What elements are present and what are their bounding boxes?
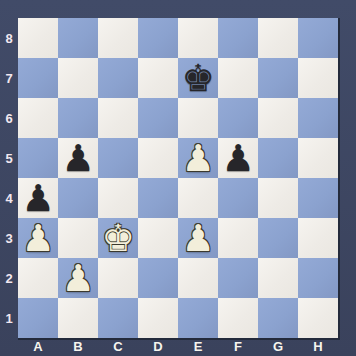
square-h2[interactable] (298, 258, 338, 298)
square-c8[interactable] (98, 18, 138, 58)
file-label-c: C (98, 338, 138, 355)
square-c5[interactable] (98, 138, 138, 178)
square-d5[interactable] (138, 138, 178, 178)
square-g6[interactable] (258, 98, 298, 138)
square-c3[interactable]: ♚ (98, 218, 138, 258)
square-f2[interactable] (218, 258, 258, 298)
square-a2[interactable] (18, 258, 58, 298)
rank-label-2: 2 (0, 258, 18, 298)
white-pawn[interactable]: ♟ (181, 138, 214, 179)
black-pawn[interactable]: ♟ (21, 178, 54, 219)
white-pawn[interactable]: ♟ (181, 218, 214, 259)
square-h3[interactable] (298, 218, 338, 258)
white-pawn[interactable]: ♟ (61, 258, 94, 299)
square-b2[interactable]: ♟ (58, 258, 98, 298)
file-label-h: H (298, 338, 338, 355)
square-c4[interactable] (98, 178, 138, 218)
file-label-g: G (258, 338, 298, 355)
square-f6[interactable] (218, 98, 258, 138)
square-f1[interactable] (218, 298, 258, 338)
rank-label-1: 1 (0, 298, 18, 338)
square-g1[interactable] (258, 298, 298, 338)
square-g3[interactable] (258, 218, 298, 258)
square-a1[interactable] (18, 298, 58, 338)
square-b6[interactable] (58, 98, 98, 138)
rank-label-7: 7 (0, 58, 18, 98)
square-c6[interactable] (98, 98, 138, 138)
rank-label-5: 5 (0, 138, 18, 178)
white-pawn[interactable]: ♟ (21, 218, 54, 259)
square-e3[interactable]: ♟ (178, 218, 218, 258)
square-b5[interactable]: ♟ (58, 138, 98, 178)
square-a4[interactable]: ♟ (18, 178, 58, 218)
square-f8[interactable] (218, 18, 258, 58)
square-a3[interactable]: ♟ (18, 218, 58, 258)
square-e1[interactable] (178, 298, 218, 338)
square-h7[interactable] (298, 58, 338, 98)
square-c2[interactable] (98, 258, 138, 298)
square-g7[interactable] (258, 58, 298, 98)
file-labels: ABCDEFGH (18, 338, 338, 355)
square-d2[interactable] (138, 258, 178, 298)
white-king[interactable]: ♚ (101, 218, 134, 259)
black-king[interactable]: ♚ (181, 58, 214, 99)
square-d3[interactable] (138, 218, 178, 258)
square-e2[interactable] (178, 258, 218, 298)
square-h6[interactable] (298, 98, 338, 138)
square-e5[interactable]: ♟ (178, 138, 218, 178)
square-f4[interactable] (218, 178, 258, 218)
file-label-f: F (218, 338, 258, 355)
square-d4[interactable] (138, 178, 178, 218)
square-b8[interactable] (58, 18, 98, 58)
square-e6[interactable] (178, 98, 218, 138)
square-d1[interactable] (138, 298, 178, 338)
square-f7[interactable] (218, 58, 258, 98)
file-label-e: E (178, 338, 218, 355)
square-a7[interactable] (18, 58, 58, 98)
rank-label-3: 3 (0, 218, 18, 258)
square-h4[interactable] (298, 178, 338, 218)
square-g4[interactable] (258, 178, 298, 218)
square-g2[interactable] (258, 258, 298, 298)
square-h1[interactable] (298, 298, 338, 338)
square-b4[interactable] (58, 178, 98, 218)
square-b1[interactable] (58, 298, 98, 338)
square-g5[interactable] (258, 138, 298, 178)
chess-board[interactable]: ♚♟♟♟♟♟♚♟♟ (18, 18, 340, 340)
square-e7[interactable]: ♚ (178, 58, 218, 98)
square-a6[interactable] (18, 98, 58, 138)
square-b3[interactable] (58, 218, 98, 258)
square-h5[interactable] (298, 138, 338, 178)
black-pawn[interactable]: ♟ (221, 138, 254, 179)
square-f5[interactable]: ♟ (218, 138, 258, 178)
square-e8[interactable] (178, 18, 218, 58)
square-f3[interactable] (218, 218, 258, 258)
square-a8[interactable] (18, 18, 58, 58)
file-label-d: D (138, 338, 178, 355)
rank-label-8: 8 (0, 18, 18, 58)
square-g8[interactable] (258, 18, 298, 58)
rank-label-6: 6 (0, 98, 18, 138)
square-d6[interactable] (138, 98, 178, 138)
square-c7[interactable] (98, 58, 138, 98)
file-label-a: A (18, 338, 58, 355)
square-d8[interactable] (138, 18, 178, 58)
square-d7[interactable] (138, 58, 178, 98)
square-a5[interactable] (18, 138, 58, 178)
chess-diagram: 87654321 ♚♟♟♟♟♟♚♟♟ ABCDEFGH (0, 0, 356, 356)
square-b7[interactable] (58, 58, 98, 98)
square-h8[interactable] (298, 18, 338, 58)
rank-labels: 87654321 (0, 18, 18, 338)
rank-label-4: 4 (0, 178, 18, 218)
square-c1[interactable] (98, 298, 138, 338)
file-label-b: B (58, 338, 98, 355)
square-e4[interactable] (178, 178, 218, 218)
black-pawn[interactable]: ♟ (61, 138, 94, 179)
